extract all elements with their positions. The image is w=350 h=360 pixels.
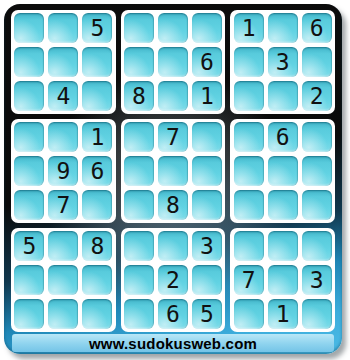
box-2-2: 78 — [121, 119, 226, 223]
cell-r6c1[interactable] — [14, 190, 44, 220]
cell-r5c8[interactable] — [268, 156, 298, 186]
cell-r2c4[interactable] — [124, 47, 154, 77]
cell-r9c4[interactable] — [124, 299, 154, 329]
box-1-2: 681 — [121, 10, 226, 114]
cell-r1c2[interactable] — [48, 13, 78, 43]
cell-r3c5[interactable] — [158, 81, 188, 111]
cell-r2c9[interactable] — [302, 47, 332, 77]
cell-r5c3[interactable]: 6 — [82, 156, 112, 186]
box-1-3: 1632 — [230, 10, 335, 114]
cell-r4c7[interactable] — [234, 122, 264, 152]
box-3-2: 3265 — [121, 228, 226, 332]
box-2-1: 1967 — [11, 119, 116, 223]
box-1-1: 54 — [11, 10, 116, 114]
cell-r5c1[interactable] — [14, 156, 44, 186]
cell-r9c5[interactable]: 6 — [158, 299, 188, 329]
cell-r9c1[interactable] — [14, 299, 44, 329]
cell-r9c9[interactable] — [302, 299, 332, 329]
cell-r1c5[interactable] — [158, 13, 188, 43]
cell-r8c1[interactable] — [14, 265, 44, 295]
cell-r8c6[interactable] — [192, 265, 222, 295]
cell-r9c2[interactable] — [48, 299, 78, 329]
cell-r2c8[interactable]: 3 — [268, 47, 298, 77]
cell-r1c3[interactable]: 5 — [82, 13, 112, 43]
cell-r2c5[interactable] — [158, 47, 188, 77]
cell-r7c7[interactable] — [234, 231, 264, 261]
cell-r8c9[interactable]: 3 — [302, 265, 332, 295]
cell-r5c7[interactable] — [234, 156, 264, 186]
cell-r3c3[interactable] — [82, 81, 112, 111]
cell-r7c8[interactable] — [268, 231, 298, 261]
cell-r3c2[interactable]: 4 — [48, 81, 78, 111]
cell-r2c7[interactable] — [234, 47, 264, 77]
cell-r4c9[interactable] — [302, 122, 332, 152]
cell-r1c7[interactable]: 1 — [234, 13, 264, 43]
cell-r2c2[interactable] — [48, 47, 78, 77]
cell-r3c8[interactable] — [268, 81, 298, 111]
cell-r9c3[interactable] — [82, 299, 112, 329]
box-2-3: 6 — [230, 119, 335, 223]
cell-r3c9[interactable]: 2 — [302, 81, 332, 111]
cell-r7c6[interactable]: 3 — [192, 231, 222, 261]
cell-r8c3[interactable] — [82, 265, 112, 295]
cell-r8c7[interactable]: 7 — [234, 265, 264, 295]
cell-r6c7[interactable] — [234, 190, 264, 220]
cell-r8c2[interactable] — [48, 265, 78, 295]
cell-r6c9[interactable] — [302, 190, 332, 220]
cell-r5c4[interactable] — [124, 156, 154, 186]
cell-r4c1[interactable] — [14, 122, 44, 152]
cell-r4c6[interactable] — [192, 122, 222, 152]
cell-r3c6[interactable]: 1 — [192, 81, 222, 111]
cell-r8c5[interactable]: 2 — [158, 265, 188, 295]
sudoku-board: 5468116321967786583265731 — [11, 10, 335, 332]
cell-r1c6[interactable] — [192, 13, 222, 43]
cell-r4c5[interactable]: 7 — [158, 122, 188, 152]
cell-r4c2[interactable] — [48, 122, 78, 152]
cell-r7c5[interactable] — [158, 231, 188, 261]
cell-r5c6[interactable] — [192, 156, 222, 186]
cell-r9c6[interactable]: 5 — [192, 299, 222, 329]
cell-r6c6[interactable] — [192, 190, 222, 220]
site-url-link[interactable]: www.sudokusweb.com — [89, 335, 257, 352]
cell-r2c6[interactable]: 6 — [192, 47, 222, 77]
cell-r4c4[interactable] — [124, 122, 154, 152]
cell-r6c5[interactable]: 8 — [158, 190, 188, 220]
footer-bar: www.sudokusweb.com — [12, 334, 334, 352]
cell-r4c8[interactable]: 6 — [268, 122, 298, 152]
cell-r7c2[interactable] — [48, 231, 78, 261]
cell-r9c8[interactable]: 1 — [268, 299, 298, 329]
sudoku-board-frame: 5468116321967786583265731 www.sudokusweb… — [4, 4, 342, 354]
cell-r7c4[interactable] — [124, 231, 154, 261]
cell-r9c7[interactable] — [234, 299, 264, 329]
cell-r3c4[interactable]: 8 — [124, 81, 154, 111]
cell-r7c9[interactable] — [302, 231, 332, 261]
cell-r1c9[interactable]: 6 — [302, 13, 332, 43]
cell-r6c3[interactable] — [82, 190, 112, 220]
cell-r5c2[interactable]: 9 — [48, 156, 78, 186]
cell-r1c4[interactable] — [124, 13, 154, 43]
cell-r8c8[interactable] — [268, 265, 298, 295]
box-3-3: 731 — [230, 228, 335, 332]
cell-r3c7[interactable] — [234, 81, 264, 111]
cell-r3c1[interactable] — [14, 81, 44, 111]
cell-r5c9[interactable] — [302, 156, 332, 186]
cell-r2c3[interactable] — [82, 47, 112, 77]
cell-r6c2[interactable]: 7 — [48, 190, 78, 220]
cell-r1c1[interactable] — [14, 13, 44, 43]
cell-r8c4[interactable] — [124, 265, 154, 295]
cell-r4c3[interactable]: 1 — [82, 122, 112, 152]
cell-r2c1[interactable] — [14, 47, 44, 77]
cell-r6c8[interactable] — [268, 190, 298, 220]
box-3-1: 58 — [11, 228, 116, 332]
cell-r7c3[interactable]: 8 — [82, 231, 112, 261]
cell-r1c8[interactable] — [268, 13, 298, 43]
cell-r7c1[interactable]: 5 — [14, 231, 44, 261]
cell-r5c5[interactable] — [158, 156, 188, 186]
cell-r6c4[interactable] — [124, 190, 154, 220]
